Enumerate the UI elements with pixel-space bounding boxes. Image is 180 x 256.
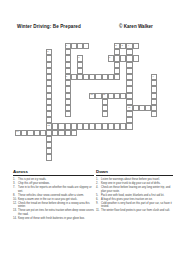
clue-section: Across 1.This is put on icy roads.3.Chip… <box>13 169 173 221</box>
across-clues: 1.This is put on icy roads.3.Chip this o… <box>13 178 94 220</box>
clue-text: This is put on icy roads. <box>18 178 94 181</box>
copyright-text: © Karen Walker <box>119 24 153 29</box>
clue-item: 11.The winter floor kind protects your c… <box>96 209 173 212</box>
clue-item: 14.Keep one of these with fresh batterie… <box>13 217 94 220</box>
clue-text: Listen for warnings about these before y… <box>101 178 173 181</box>
clue-text: Tune in to this for reports on whether t… <box>18 186 94 192</box>
clue-text: Pack one with food, water, blankets and … <box>101 194 173 197</box>
grid-blank <box>151 154 157 160</box>
clue-item: 9.Cold weather is very hard on this part… <box>96 202 173 208</box>
cell-number: 3 <box>121 44 122 46</box>
clue-text: Keep one of these with fresh batteries i… <box>18 217 94 220</box>
clue-item: 1.This is put on icy roads. <box>13 178 94 181</box>
clue-item: 12.Check the tread on these before drivi… <box>13 202 94 208</box>
clue-text: The winter floor kind protects your car … <box>101 209 173 212</box>
clue-item: 4.Check on these before leaving on any l… <box>96 186 173 192</box>
clue-text: These vehicles clear snow-covered roads … <box>18 194 94 197</box>
across-header: Across <box>13 169 94 174</box>
clue-text: Check on these before leaving on any lon… <box>101 186 173 192</box>
clue-item: 7.Tune in to this for reports on whether… <box>13 186 94 192</box>
clue-text: A bag of this gives your tires traction … <box>101 198 173 201</box>
worksheet-page: Winter Driving: Be Prepared © Karen Walk… <box>0 0 180 256</box>
cell-number: 2 <box>115 44 116 46</box>
cell-number: 8 <box>66 75 67 77</box>
titlebar: Winter Driving: Be Prepared © Karen Walk… <box>0 24 180 32</box>
down-clues: 1.Listen for warnings about these before… <box>96 178 173 212</box>
down-column: Down 1.Listen for warnings about these b… <box>96 169 173 221</box>
clue-item: 13.These are put on tires for extra trac… <box>13 209 94 215</box>
across-rule <box>13 175 94 176</box>
cell-number: 11 <box>103 93 105 95</box>
clue-text: Cold weather is very hard on this part o… <box>101 202 173 208</box>
clue-text: These are put on tires for extra tractio… <box>18 209 94 215</box>
cell-number: 1 <box>66 44 67 46</box>
crossword-grid: 1234567891011121314 <box>15 43 157 161</box>
clue-text: Check the tread on these before driving … <box>18 202 94 208</box>
across-column: Across 1.This is put on icy roads.3.Chip… <box>13 169 94 221</box>
cell-number: 5 <box>47 50 48 52</box>
cell-number: 14 <box>16 130 18 132</box>
clue-text: Keep a warm one in the car in case you g… <box>18 198 94 201</box>
cell-number: 6 <box>78 56 79 58</box>
cell-number: 9 <box>152 75 153 77</box>
down-rule <box>96 175 173 176</box>
down-header: Down <box>96 169 173 174</box>
cell-number: 7 <box>109 56 110 58</box>
cell-number: 13 <box>47 124 49 126</box>
clue-item: 5.Pack one with food, water, blankets an… <box>96 194 173 197</box>
cell-number: 12 <box>128 106 130 108</box>
clue-item: 10.Keep a warm one in the car in case yo… <box>13 198 94 201</box>
cell-number: 10 <box>91 93 93 95</box>
clue-item: 6.A bag of this gives your tires tractio… <box>96 198 173 201</box>
cell-number: 4 <box>128 44 129 46</box>
clue-item: 1.Listen for warnings about these before… <box>96 178 173 181</box>
clue-item: 8.These vehicles clear snow-covered road… <box>13 194 94 197</box>
page-title: Winter Driving: Be Prepared <box>17 24 81 29</box>
